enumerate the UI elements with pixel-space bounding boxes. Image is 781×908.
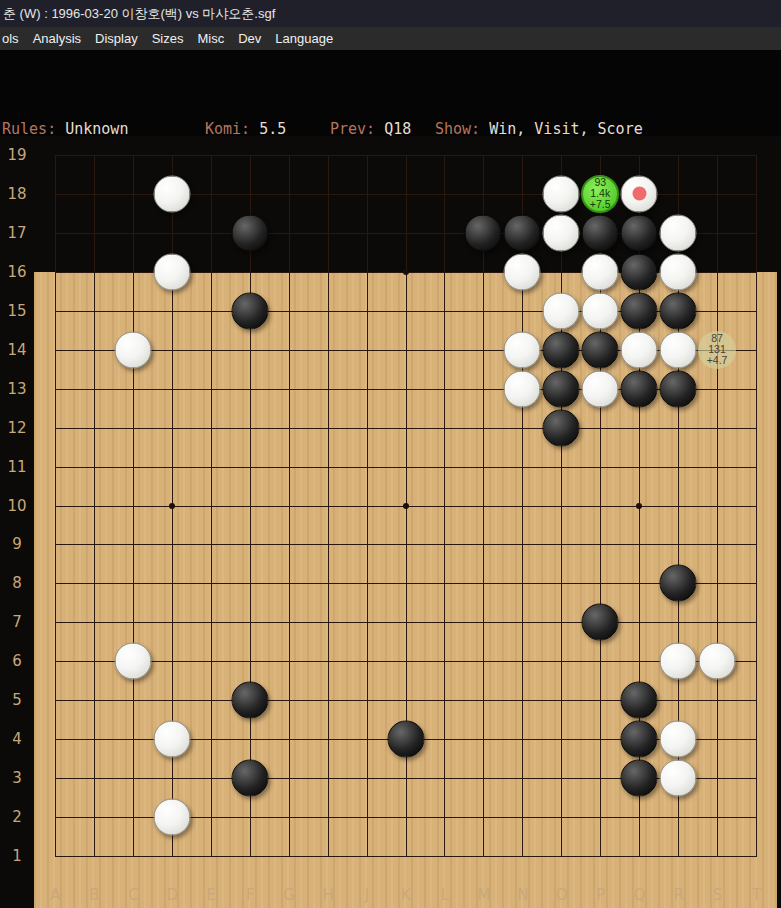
stone-black-K4 bbox=[387, 721, 424, 758]
stone-white-D2 bbox=[153, 799, 190, 836]
application-window: 춘 (W) : 1996-03-20 이창호(백) vs 마샤오춘.sgf ol… bbox=[0, 0, 781, 908]
row-label-19: 19 bbox=[0, 146, 34, 164]
suggestion-S14-score: +4.7 bbox=[707, 355, 728, 366]
stone-black-R8 bbox=[660, 565, 697, 602]
stone-white-N13 bbox=[504, 370, 541, 407]
grid-line-h-1 bbox=[55, 856, 757, 857]
col-label-D: D bbox=[167, 886, 179, 904]
grid-line-v-O bbox=[561, 155, 562, 857]
stone-black-Q3 bbox=[621, 760, 658, 797]
row-label-14: 14 bbox=[0, 341, 34, 359]
stone-white-O18 bbox=[543, 175, 580, 212]
stone-white-D4 bbox=[153, 721, 190, 758]
suggestion-P18-visits: 1.4k bbox=[590, 188, 610, 199]
star-point-K16 bbox=[403, 269, 409, 275]
col-label-C: C bbox=[128, 886, 138, 904]
stone-white-R4 bbox=[660, 721, 697, 758]
stone-black-F17 bbox=[231, 214, 268, 251]
stone-white-N16 bbox=[504, 253, 541, 290]
stone-black-R15 bbox=[660, 292, 697, 329]
stone-white-R14 bbox=[660, 331, 697, 368]
stone-black-M17 bbox=[465, 214, 502, 251]
stone-black-N17 bbox=[504, 214, 541, 251]
stone-black-Q17 bbox=[621, 214, 658, 251]
stone-black-P17 bbox=[582, 214, 619, 251]
stone-white-Q18 bbox=[621, 175, 658, 212]
row-label-1: 1 bbox=[0, 847, 34, 865]
col-label-E: E bbox=[207, 886, 216, 904]
col-label-R: R bbox=[673, 886, 683, 904]
col-label-B: B bbox=[89, 886, 99, 904]
row-label-3: 3 bbox=[0, 769, 34, 787]
row-label-8: 8 bbox=[0, 574, 34, 592]
grid-line-h-8 bbox=[55, 583, 757, 584]
grid-line-v-L bbox=[444, 155, 445, 857]
stone-white-P13 bbox=[582, 370, 619, 407]
stone-white-D18 bbox=[153, 175, 190, 212]
stone-white-O17 bbox=[543, 214, 580, 251]
stone-black-O13 bbox=[543, 370, 580, 407]
suggestion-P18[interactable]: 931.4k+7.5 bbox=[581, 175, 619, 213]
row-label-5: 5 bbox=[0, 691, 34, 709]
star-point-D10 bbox=[169, 503, 175, 509]
row-label-6: 6 bbox=[0, 652, 34, 670]
col-label-Q: Q bbox=[634, 886, 646, 904]
stone-white-S6 bbox=[699, 643, 736, 680]
board-layer: ABCDEFGHJKLMNOPQRST191817161514131211109… bbox=[0, 0, 781, 908]
grid-line-v-T bbox=[756, 155, 757, 857]
star-point-K10 bbox=[403, 503, 409, 509]
row-label-17: 17 bbox=[0, 224, 34, 242]
stone-black-F15 bbox=[231, 292, 268, 329]
stone-white-R3 bbox=[660, 760, 697, 797]
col-label-F: F bbox=[246, 886, 255, 904]
stone-white-R6 bbox=[660, 643, 697, 680]
col-label-H: H bbox=[322, 886, 333, 904]
suggestion-S14[interactable]: 87131+4.7 bbox=[698, 331, 736, 369]
stone-black-F3 bbox=[231, 760, 268, 797]
stone-black-P14 bbox=[582, 331, 619, 368]
stone-black-P7 bbox=[582, 604, 619, 641]
col-label-N: N bbox=[517, 886, 528, 904]
col-label-L: L bbox=[441, 886, 449, 904]
stone-white-R16 bbox=[660, 253, 697, 290]
col-label-T: T bbox=[752, 886, 761, 904]
row-label-15: 15 bbox=[0, 302, 34, 320]
stone-white-N14 bbox=[504, 331, 541, 368]
col-label-P: P bbox=[596, 886, 605, 904]
stone-black-Q13 bbox=[621, 370, 658, 407]
grid-line-h-6 bbox=[55, 661, 757, 662]
stone-black-O12 bbox=[543, 409, 580, 446]
stone-white-C6 bbox=[114, 643, 151, 680]
row-label-9: 9 bbox=[0, 535, 34, 553]
stone-black-Q15 bbox=[621, 292, 658, 329]
col-label-S: S bbox=[713, 886, 723, 904]
stone-black-Q5 bbox=[621, 682, 658, 719]
stone-black-R13 bbox=[660, 370, 697, 407]
row-label-11: 11 bbox=[0, 458, 34, 476]
col-label-J: J bbox=[365, 886, 369, 904]
stone-white-R17 bbox=[660, 214, 697, 251]
row-label-4: 4 bbox=[0, 730, 34, 748]
stone-black-Q4 bbox=[621, 721, 658, 758]
stone-white-Q14 bbox=[621, 331, 658, 368]
row-label-12: 12 bbox=[0, 419, 34, 437]
stone-white-C14 bbox=[114, 331, 151, 368]
stone-white-P15 bbox=[582, 292, 619, 329]
stone-white-D16 bbox=[153, 253, 190, 290]
stone-white-P16 bbox=[582, 253, 619, 290]
suggestion-P18-winrate: 93 bbox=[594, 177, 606, 188]
row-label-2: 2 bbox=[0, 808, 34, 826]
stone-white-O15 bbox=[543, 292, 580, 329]
grid-line-h-9 bbox=[55, 544, 757, 545]
row-label-13: 13 bbox=[0, 380, 34, 398]
suggestion-S14-winrate: 87 bbox=[711, 333, 723, 344]
col-label-M: M bbox=[477, 886, 490, 904]
row-label-10: 10 bbox=[0, 497, 34, 515]
grid-line-h-7 bbox=[55, 622, 757, 623]
star-point-Q10 bbox=[636, 503, 642, 509]
col-label-G: G bbox=[283, 886, 295, 904]
last-move-marker-Q18 bbox=[632, 187, 646, 201]
col-label-A: A bbox=[50, 886, 60, 904]
col-label-K: K bbox=[401, 886, 411, 904]
row-label-16: 16 bbox=[0, 263, 34, 281]
row-label-18: 18 bbox=[0, 185, 34, 203]
suggestion-S14-visits: 131 bbox=[708, 344, 726, 355]
stone-black-Q16 bbox=[621, 253, 658, 290]
stone-black-O14 bbox=[543, 331, 580, 368]
grid-line-v-M bbox=[483, 155, 484, 857]
suggestion-P18-score: +7.5 bbox=[590, 199, 611, 210]
col-label-O: O bbox=[556, 886, 568, 904]
grid-line-v-S bbox=[717, 155, 718, 857]
row-label-7: 7 bbox=[0, 613, 34, 631]
stone-black-F5 bbox=[231, 682, 268, 719]
